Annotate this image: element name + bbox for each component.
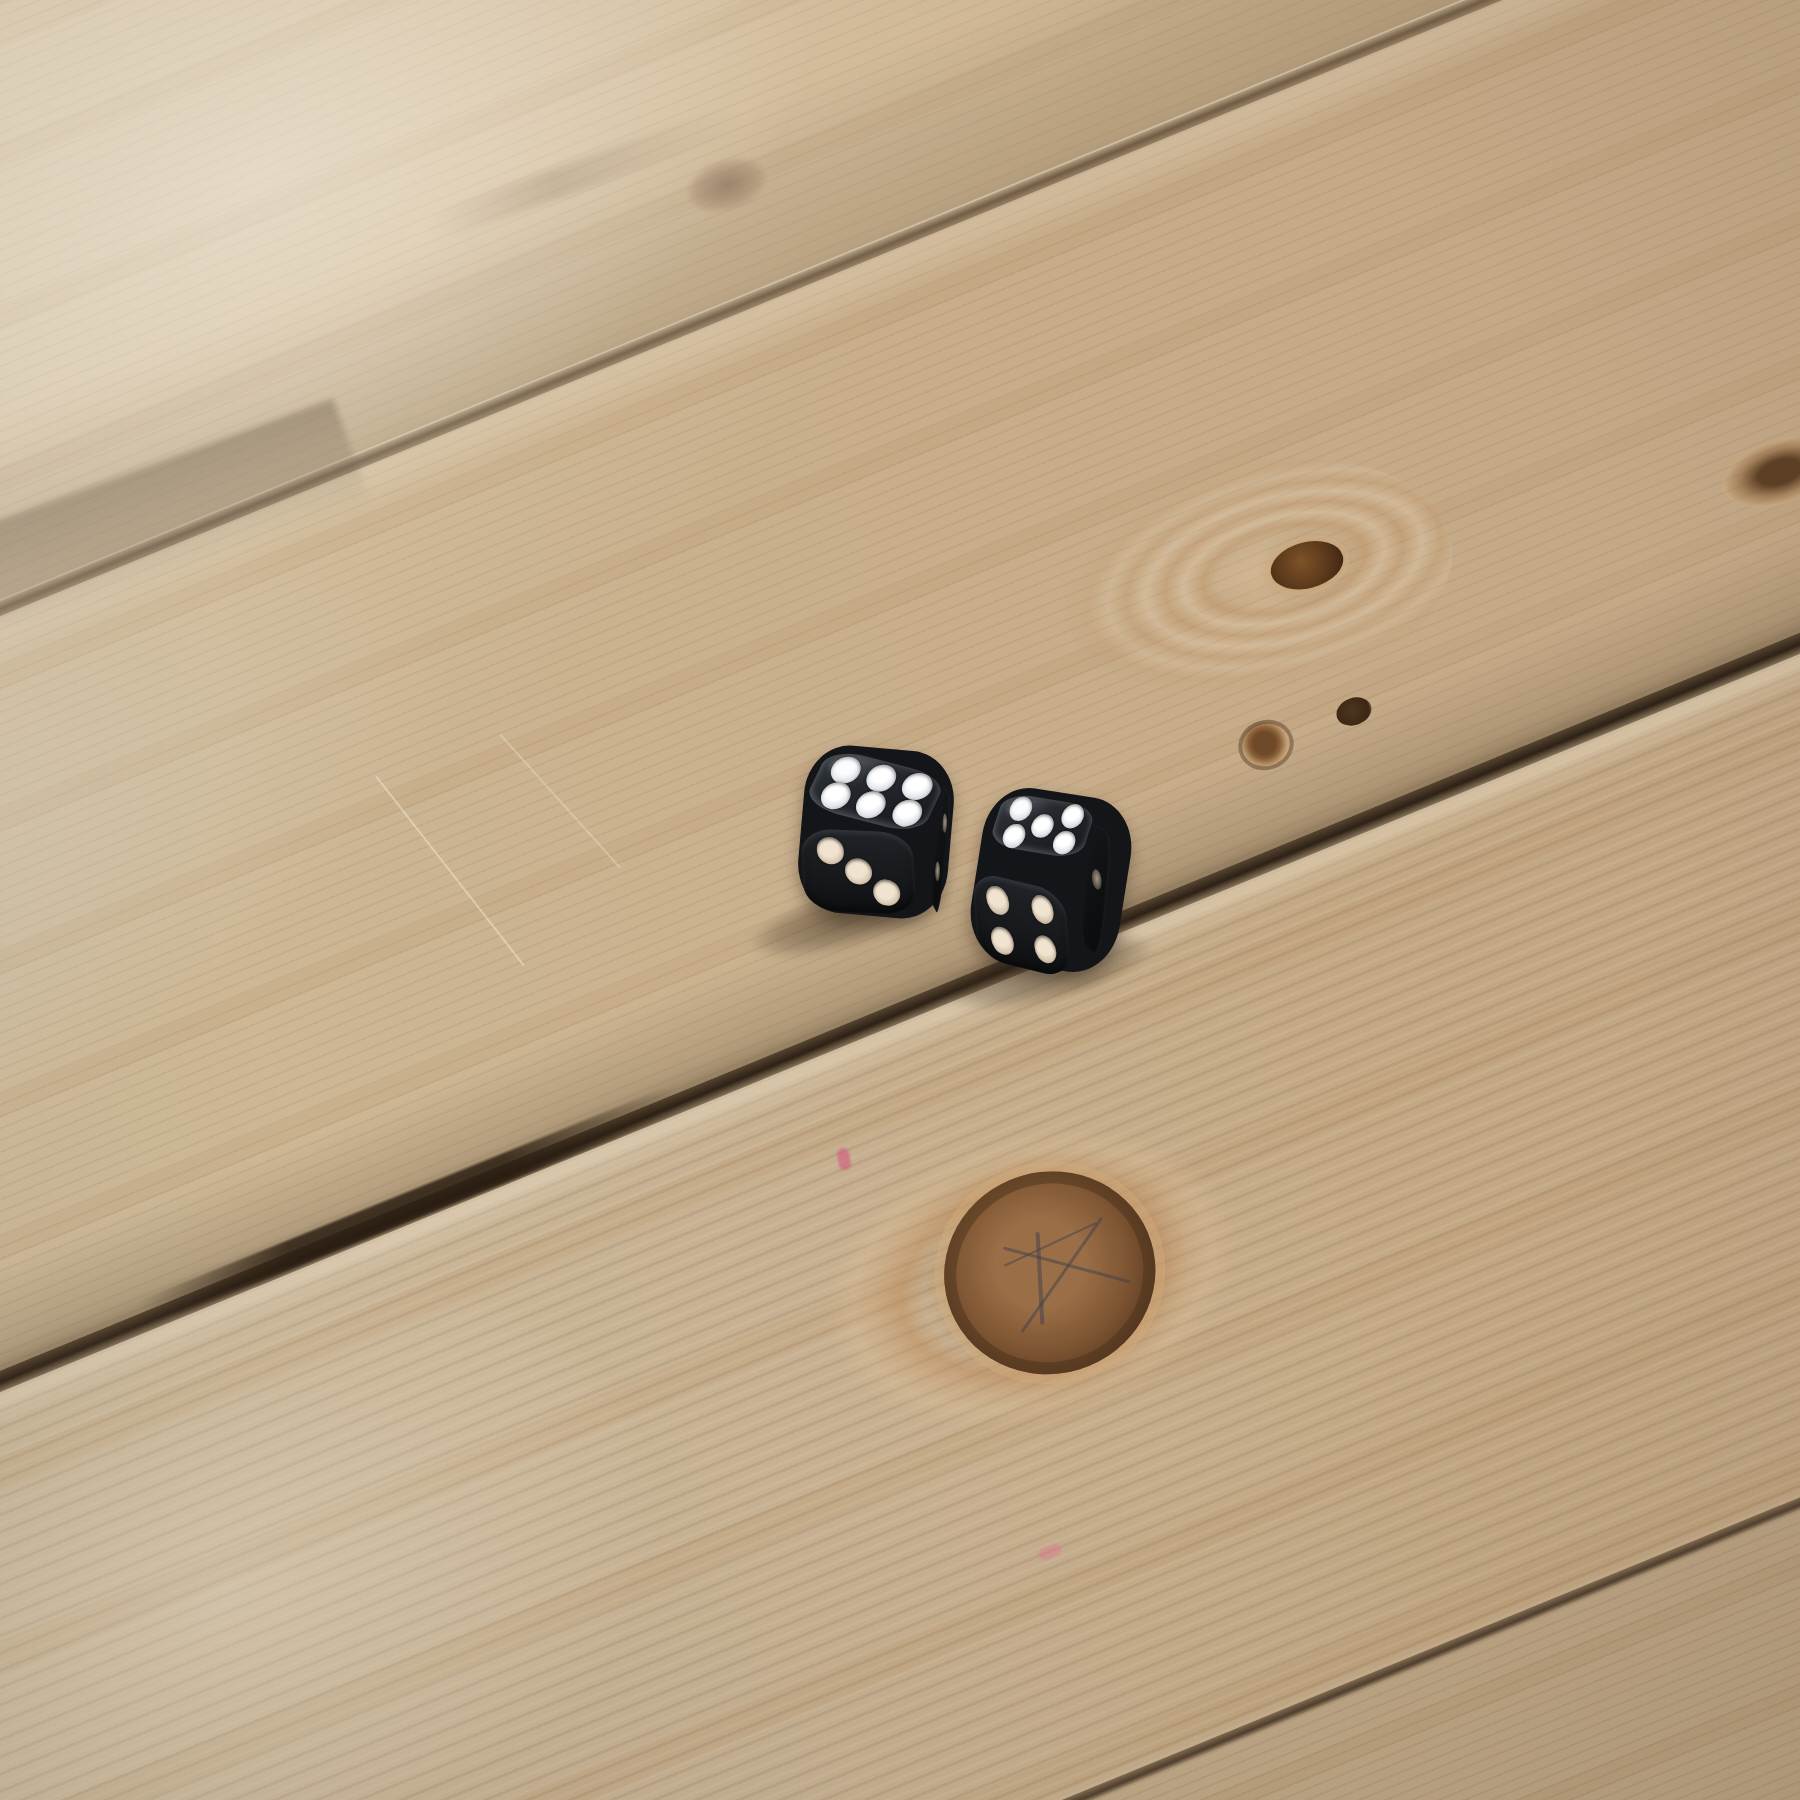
die-2[interactable] bbox=[968, 782, 1142, 982]
die-pip bbox=[851, 788, 891, 821]
die-pip bbox=[1050, 829, 1079, 856]
die-1[interactable] bbox=[797, 742, 959, 924]
die-pip bbox=[1030, 893, 1054, 926]
die-pip bbox=[1033, 933, 1057, 966]
die-pip bbox=[1091, 866, 1102, 893]
die-pip bbox=[844, 858, 872, 885]
die-pip bbox=[872, 879, 900, 906]
table-scene bbox=[0, 0, 1800, 1800]
die-pip bbox=[816, 837, 844, 864]
die-pip bbox=[1006, 795, 1035, 822]
die-pip bbox=[990, 924, 1014, 957]
die-pip bbox=[934, 859, 940, 884]
die-pip bbox=[816, 779, 856, 812]
die-pip bbox=[942, 811, 948, 836]
die-pip bbox=[1028, 812, 1057, 839]
die-pip bbox=[861, 762, 901, 795]
die-1-front-face-three bbox=[800, 828, 917, 915]
die-pip bbox=[1000, 822, 1029, 849]
die-pip bbox=[986, 884, 1010, 917]
die-pip bbox=[887, 796, 927, 829]
die-pip bbox=[1058, 803, 1087, 830]
